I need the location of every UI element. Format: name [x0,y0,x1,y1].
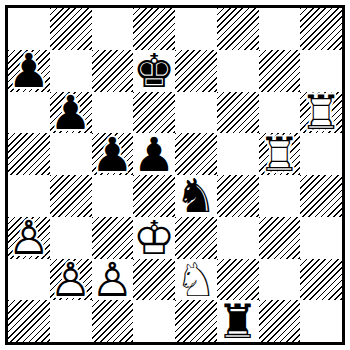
square-b4[interactable] [50,175,92,217]
square-c1[interactable] [92,300,134,342]
piece-halo: ♟ [50,259,92,301]
black-pawn-piece: ♟ [133,133,175,175]
square-b7[interactable] [50,50,92,92]
square-g5[interactable]: ♜♖ [259,133,301,175]
piece-halo: ♟ [8,50,50,92]
white-king-piece: ♔ [133,217,175,259]
square-d6[interactable] [133,92,175,134]
piece-halo: ♟ [50,92,92,134]
square-c2[interactable]: ♟♙ [92,259,134,301]
square-d5[interactable]: ♟♟ [133,133,175,175]
square-g6[interactable] [259,92,301,134]
white-rook-piece: ♖ [259,133,301,175]
square-e1[interactable] [175,300,217,342]
square-f8[interactable] [217,8,259,50]
square-g2[interactable] [259,259,301,301]
square-d2[interactable] [133,259,175,301]
black-rook-piece: ♜ [217,300,259,342]
square-c7[interactable] [92,50,134,92]
black-pawn-piece: ♟ [92,133,134,175]
square-h2[interactable] [300,259,342,301]
square-a3[interactable]: ♟♙ [8,217,50,259]
square-a1[interactable] [8,300,50,342]
square-h8[interactable] [300,8,342,50]
square-g8[interactable] [259,8,301,50]
square-h4[interactable] [300,175,342,217]
square-f7[interactable] [217,50,259,92]
square-a2[interactable] [8,259,50,301]
square-d8[interactable] [133,8,175,50]
board-frame: ♟♟♚♚♟♟♜♖♟♟♟♟♜♖♞♞♟♙♚♔♟♙♟♙♞♘♜♜ [5,5,345,345]
square-b2[interactable]: ♟♙ [50,259,92,301]
piece-halo: ♟ [133,133,175,175]
square-f3[interactable] [217,217,259,259]
piece-halo: ♞ [175,259,217,301]
piece-halo: ♟ [92,133,134,175]
white-pawn-piece: ♙ [8,217,50,259]
square-b5[interactable] [50,133,92,175]
square-e8[interactable] [175,8,217,50]
white-pawn-piece: ♙ [92,259,134,301]
square-d4[interactable] [133,175,175,217]
square-c4[interactable] [92,175,134,217]
square-c8[interactable] [92,8,134,50]
square-a5[interactable] [8,133,50,175]
square-h3[interactable] [300,217,342,259]
square-a4[interactable] [8,175,50,217]
piece-halo: ♟ [92,259,134,301]
square-d3[interactable]: ♚♔ [133,217,175,259]
square-c5[interactable]: ♟♟ [92,133,134,175]
piece-halo: ♟ [8,217,50,259]
square-b3[interactable] [50,217,92,259]
square-h5[interactable] [300,133,342,175]
square-b8[interactable] [50,8,92,50]
square-f5[interactable] [217,133,259,175]
square-c6[interactable] [92,92,134,134]
black-pawn-piece: ♟ [8,50,50,92]
chess-diagram: ♟♟♚♚♟♟♜♖♟♟♟♟♜♖♞♞♟♙♚♔♟♙♟♙♞♘♜♜ [0,0,350,350]
square-e7[interactable] [175,50,217,92]
black-king-piece: ♚ [133,50,175,92]
square-d7[interactable]: ♚♚ [133,50,175,92]
piece-halo: ♚ [133,50,175,92]
square-a7[interactable]: ♟♟ [8,50,50,92]
chess-board: ♟♟♚♚♟♟♜♖♟♟♟♟♜♖♞♞♟♙♚♔♟♙♟♙♞♘♜♜ [8,8,342,342]
square-b1[interactable] [50,300,92,342]
square-h6[interactable]: ♜♖ [300,92,342,134]
square-e4[interactable]: ♞♞ [175,175,217,217]
square-g4[interactable] [259,175,301,217]
square-g7[interactable] [259,50,301,92]
square-f6[interactable] [217,92,259,134]
square-e3[interactable] [175,217,217,259]
square-h1[interactable] [300,300,342,342]
square-d1[interactable] [133,300,175,342]
piece-halo: ♜ [217,300,259,342]
square-e5[interactable] [175,133,217,175]
piece-halo: ♜ [300,92,342,134]
square-e6[interactable] [175,92,217,134]
square-g1[interactable] [259,300,301,342]
black-pawn-piece: ♟ [50,92,92,134]
square-f1[interactable]: ♜♜ [217,300,259,342]
piece-halo: ♜ [259,133,301,175]
white-knight-piece: ♘ [175,259,217,301]
square-a6[interactable] [8,92,50,134]
square-e2[interactable]: ♞♘ [175,259,217,301]
square-g3[interactable] [259,217,301,259]
square-a8[interactable] [8,8,50,50]
white-rook-piece: ♖ [300,92,342,134]
square-f2[interactable] [217,259,259,301]
square-h7[interactable] [300,50,342,92]
square-b6[interactable]: ♟♟ [50,92,92,134]
square-f4[interactable] [217,175,259,217]
white-pawn-piece: ♙ [50,259,92,301]
square-c3[interactable] [92,217,134,259]
piece-halo: ♚ [133,217,175,259]
black-knight-piece: ♞ [175,175,217,217]
piece-halo: ♞ [175,175,217,217]
